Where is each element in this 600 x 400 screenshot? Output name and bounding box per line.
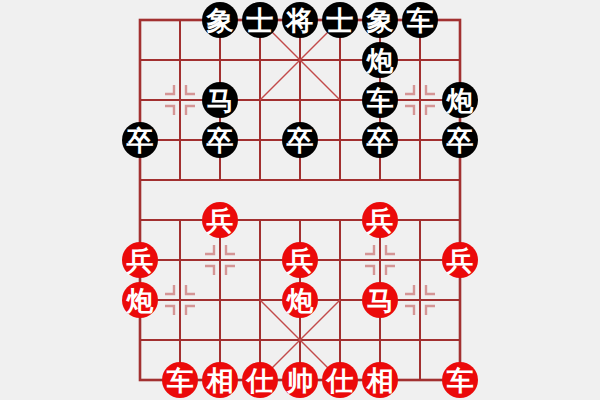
red-chariot[interactable]: 车 — [442, 362, 478, 398]
red-cannon[interactable]: 炮 — [122, 282, 158, 318]
red-elephant[interactable]: 相 — [202, 362, 238, 398]
red-advisor[interactable]: 仕 — [322, 362, 358, 398]
black-soldier[interactable]: 卒 — [202, 122, 238, 158]
black-horse[interactable]: 马 — [202, 82, 238, 118]
black-cannon[interactable]: 炮 — [442, 82, 478, 118]
black-general[interactable]: 将 — [282, 2, 318, 38]
board-grid: 象士将士象车炮马车炮卒卒卒卒卒兵兵兵兵兵炮炮马车相仕帅仕相车 — [120, 0, 480, 400]
red-soldier[interactable]: 兵 — [442, 242, 478, 278]
black-chariot[interactable]: 车 — [362, 82, 398, 118]
red-soldier[interactable]: 兵 — [362, 202, 398, 238]
black-soldier[interactable]: 卒 — [122, 122, 158, 158]
red-horse[interactable]: 马 — [362, 282, 398, 318]
black-elephant[interactable]: 象 — [202, 2, 238, 38]
black-soldier[interactable]: 卒 — [362, 122, 398, 158]
red-soldier[interactable]: 兵 — [282, 242, 318, 278]
black-cannon[interactable]: 炮 — [362, 42, 398, 78]
red-cannon[interactable]: 炮 — [282, 282, 318, 318]
black-elephant[interactable]: 象 — [362, 2, 398, 38]
red-soldier[interactable]: 兵 — [122, 242, 158, 278]
black-advisor[interactable]: 士 — [322, 2, 358, 38]
red-advisor[interactable]: 仕 — [242, 362, 278, 398]
red-chariot[interactable]: 车 — [162, 362, 198, 398]
red-soldier[interactable]: 兵 — [202, 202, 238, 238]
black-advisor[interactable]: 士 — [242, 2, 278, 38]
black-soldier[interactable]: 卒 — [442, 122, 478, 158]
red-general[interactable]: 帅 — [282, 362, 318, 398]
black-chariot[interactable]: 车 — [402, 2, 438, 38]
xiangqi-board: 象士将士象车炮马车炮卒卒卒卒卒兵兵兵兵兵炮炮马车相仕帅仕相车 — [0, 0, 600, 400]
red-elephant[interactable]: 相 — [362, 362, 398, 398]
black-soldier[interactable]: 卒 — [282, 122, 318, 158]
